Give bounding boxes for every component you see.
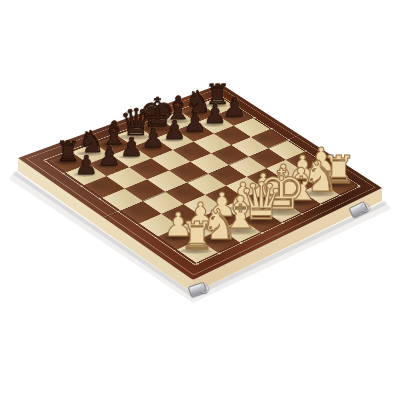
product-photo-scene: ♜♞♝♛♚♝♞♜♟♟♟♟♟♟♟♟♟♟♟♟♟♟♟♟♜♞♝♛♚♝♞♜	[0, 0, 400, 400]
chess-board	[18, 84, 382, 280]
